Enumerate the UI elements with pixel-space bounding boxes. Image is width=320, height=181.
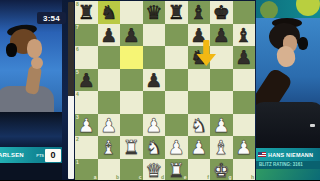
piece-wb-b2: ♝ — [98, 136, 121, 159]
piece-wn-d2: ♞ — [143, 136, 166, 159]
square-d7 — [143, 24, 166, 47]
square-e1: e♜ — [165, 159, 188, 181]
square-h8 — [233, 1, 256, 24]
square-c5 — [120, 69, 143, 92]
square-e3 — [165, 114, 188, 137]
left-player-hand — [31, 57, 43, 69]
right-player-name: HANS NIEMANN — [268, 152, 313, 158]
right-player-banner: HANS NIEMANN — [256, 148, 320, 161]
rank-label: 3 — [76, 115, 79, 120]
piece-bb-f8: ♝ — [188, 1, 211, 24]
square-f1: f — [188, 159, 211, 181]
evaluation-bar-white — [68, 96, 74, 179]
piece-wp-h2: ♟ — [233, 136, 256, 159]
square-b5 — [98, 69, 121, 92]
chess-board: 8♜♞♛♜♝♚7♟♟♟♟♝6♞♟5♟♟43♟♟♟♞♟2♝♜♞♟♟♝♟1abcd♛… — [75, 1, 255, 180]
piece-wp-b3: ♟ — [98, 114, 121, 137]
square-a5: 5♟ — [75, 69, 98, 92]
square-g2: ♝ — [210, 136, 233, 159]
square-a8: 8♜ — [75, 1, 98, 24]
square-c1: c — [120, 159, 143, 181]
left-panel-footer — [0, 163, 62, 180]
square-g6 — [210, 46, 233, 69]
square-e5 — [165, 69, 188, 92]
square-c2: ♜ — [120, 136, 143, 159]
file-label: c — [139, 175, 142, 180]
square-e6 — [165, 46, 188, 69]
left-player-name: ARLSEN — [0, 152, 36, 158]
square-a7: 7 — [75, 24, 98, 47]
square-a1: 1a — [75, 159, 98, 181]
right-player-rating: BLITZ RATING: 3161 — [256, 161, 320, 169]
square-c6 — [120, 46, 143, 69]
piece-wp-d3: ♟ — [143, 114, 166, 137]
file-label: b — [116, 175, 119, 180]
left-player-face — [27, 39, 42, 58]
square-b7: ♟ — [98, 24, 121, 47]
square-h7: ♝ — [233, 24, 256, 47]
square-e8: ♜ — [165, 1, 188, 24]
square-f5 — [188, 69, 211, 92]
rank-label: 2 — [76, 137, 79, 142]
square-g4 — [210, 91, 233, 114]
file-label: g — [228, 175, 231, 180]
square-a6: 6 — [75, 46, 98, 69]
square-g8: ♚ — [210, 1, 233, 24]
square-e2: ♟ — [165, 136, 188, 159]
headphone-cup-icon — [6, 43, 17, 57]
square-h1: h — [233, 159, 256, 181]
square-e7 — [165, 24, 188, 47]
evaluation-bar — [68, 2, 74, 179]
file-label: d — [161, 175, 164, 180]
piece-bp-g7: ♟ — [210, 24, 233, 47]
right-panel-footer — [256, 169, 320, 180]
piece-bb-h7: ♝ — [233, 24, 256, 47]
square-f4 — [188, 91, 211, 114]
square-g5 — [210, 69, 233, 92]
square-c7: ♟ — [120, 24, 143, 47]
piece-bp-c7: ♟ — [120, 24, 143, 47]
square-b4 — [98, 91, 121, 114]
desk-light-dot — [310, 124, 315, 127]
square-h5 — [233, 69, 256, 92]
square-b6 — [98, 46, 121, 69]
square-h2: ♟ — [233, 136, 256, 159]
piece-bp-b7: ♟ — [98, 24, 121, 47]
tournament-logo-band — [256, 0, 320, 18]
piece-bp-f7: ♟ — [188, 24, 211, 47]
square-f8: ♝ — [188, 1, 211, 24]
tournament-logo-icon — [296, 0, 320, 16]
square-a4: 4 — [75, 91, 98, 114]
square-e4 — [165, 91, 188, 114]
square-f2: ♟ — [188, 136, 211, 159]
square-f3: ♞ — [188, 114, 211, 137]
piece-wn-f3: ♞ — [188, 114, 211, 137]
square-b2: ♝ — [98, 136, 121, 159]
desk-shadow — [0, 112, 62, 147]
rank-label: 8 — [76, 2, 79, 7]
square-g1: g♚ — [210, 159, 233, 181]
piece-wp-g3: ♟ — [210, 114, 233, 137]
left-player-panel: 3:54 ARLSEN PTS 0 — [0, 0, 62, 180]
square-d2: ♞ — [143, 136, 166, 159]
file-label: h — [251, 175, 254, 180]
square-d5: ♟ — [143, 69, 166, 92]
square-d3: ♟ — [143, 114, 166, 137]
file-label: f — [207, 175, 209, 180]
piece-bk-g8: ♚ — [210, 1, 233, 24]
square-g3: ♟ — [210, 114, 233, 137]
left-player-banner: ARLSEN PTS 0 — [0, 147, 62, 163]
rank-label: 6 — [76, 47, 79, 52]
piece-bp-d5: ♟ — [143, 69, 166, 92]
square-b8: ♞ — [98, 1, 121, 24]
left-player-clock: 3:54 — [37, 12, 66, 24]
square-a2: 2 — [75, 136, 98, 159]
square-c8 — [120, 1, 143, 24]
headphone-cup-icon — [298, 37, 308, 50]
square-b1: b — [98, 159, 121, 181]
square-f7: ♟ — [188, 24, 211, 47]
broadcast-frame: 3:54 ARLSEN PTS 0 8♜♞♛♜♝♚7♟♟♟♟♝6♞♟5♟♟43♟… — [0, 0, 320, 180]
piece-wp-e2: ♟ — [165, 136, 188, 159]
file-label: a — [94, 175, 97, 180]
rank-label: 7 — [76, 25, 79, 30]
square-c3 — [120, 114, 143, 137]
rank-label: 1 — [76, 160, 79, 165]
piece-br-e8: ♜ — [165, 1, 188, 24]
square-d8: ♛ — [143, 1, 166, 24]
square-g7: ♟ — [210, 24, 233, 47]
square-h3 — [233, 114, 256, 137]
square-a3: 3♟ — [75, 114, 98, 137]
piece-wb-g2: ♝ — [210, 136, 233, 159]
rank-label: 4 — [76, 92, 79, 97]
file-label: e — [184, 175, 187, 180]
square-h4 — [233, 91, 256, 114]
right-player-webcam — [256, 18, 320, 148]
piece-bn-f6: ♞ — [188, 46, 211, 69]
square-d6 — [143, 46, 166, 69]
tournament-logo-icon — [260, 1, 278, 18]
square-b3: ♟ — [98, 114, 121, 137]
left-player-score-label: PTS — [36, 153, 44, 158]
rank-label: 5 — [76, 70, 79, 75]
piece-bp-h6: ♟ — [233, 46, 256, 69]
piece-bq-d8: ♛ — [143, 1, 166, 24]
square-f6: ♞ — [188, 46, 211, 69]
square-d4 — [143, 91, 166, 114]
square-d1: d♛ — [143, 159, 166, 181]
left-player-score: 0 — [45, 149, 61, 162]
square-c4 — [120, 91, 143, 114]
right-player-panel: HANS NIEMANN BLITZ RATING: 3161 — [256, 0, 320, 180]
us-flag-icon — [258, 152, 266, 157]
square-h6: ♟ — [233, 46, 256, 69]
piece-bn-b8: ♞ — [98, 1, 121, 24]
piece-wr-c2: ♜ — [120, 136, 143, 159]
piece-wp-f2: ♟ — [188, 136, 211, 159]
